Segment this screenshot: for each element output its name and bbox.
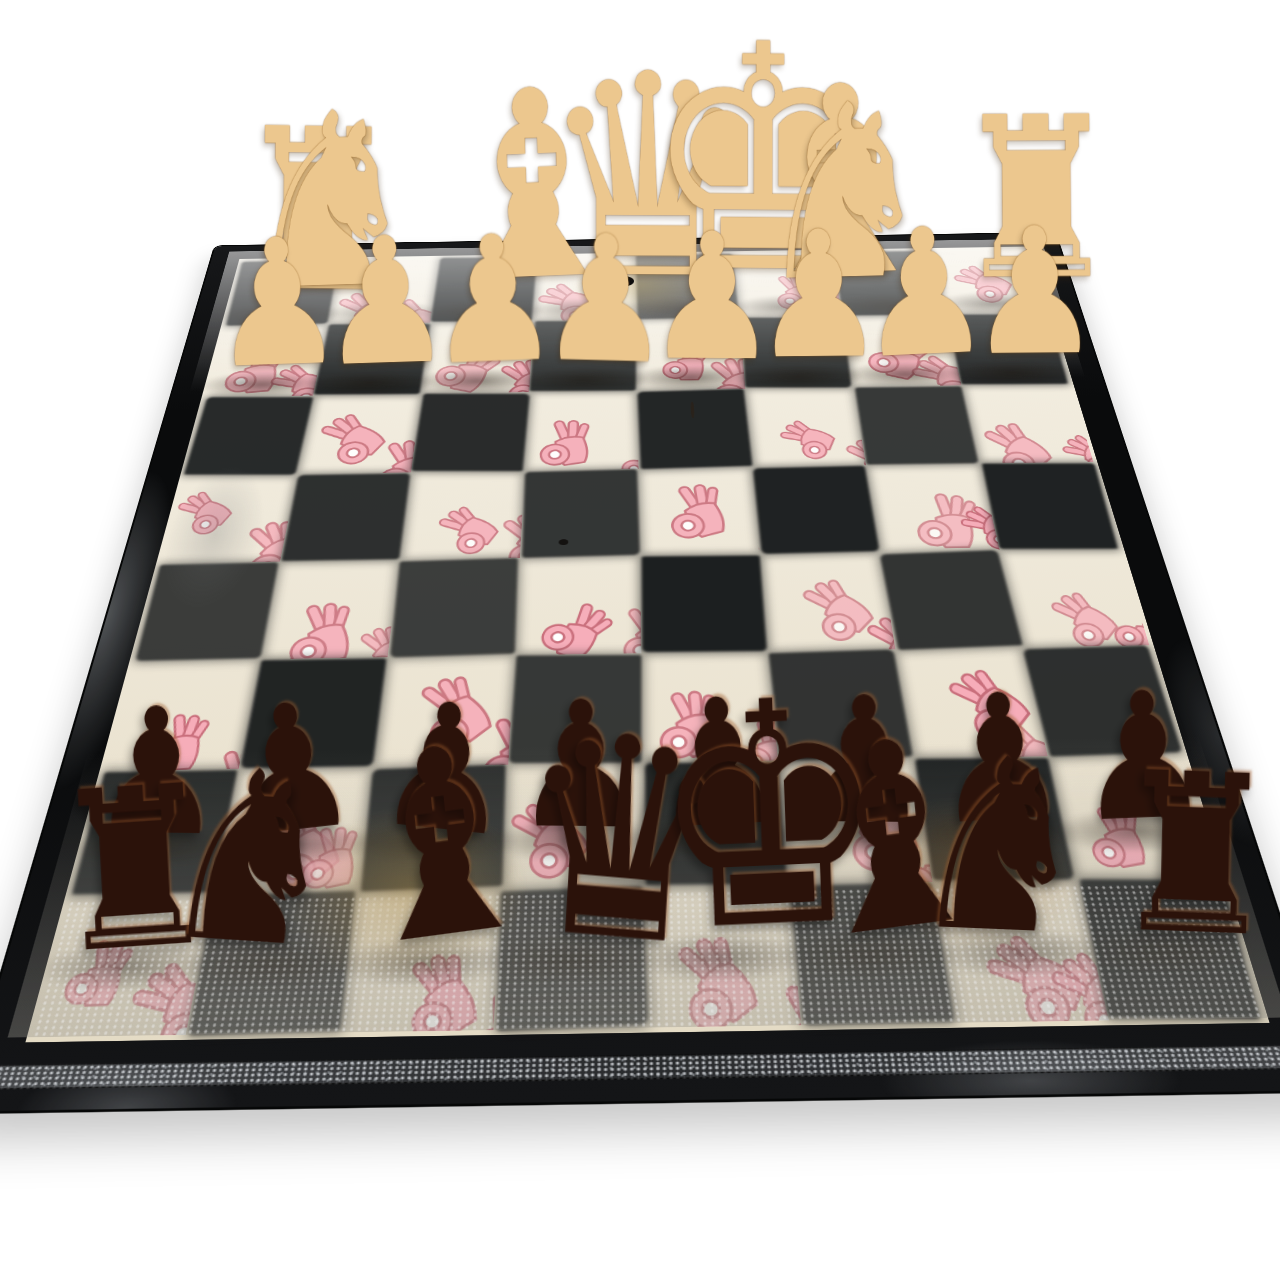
frame-speckled-bevel <box>0 1044 1280 1090</box>
ok-hand-icon <box>279 595 363 659</box>
piece-black-knight[interactable]: ♞ <box>207 738 345 984</box>
square-g4[interactable] <box>880 551 1023 650</box>
dark-square-paint <box>390 558 518 658</box>
light-square-decor <box>261 560 400 659</box>
ok-hand-icon <box>1037 585 1130 647</box>
photo-stage: ♜♞♝♛♚♝♞♜♟♟♟♟♟♟♟♟♟♟♟♟♟♟♟♟♜♞♝♛♚♝♞♜ <box>0 0 1280 1280</box>
chessboard-3d-scene: ♜♞♝♛♚♝♞♜♟♟♟♟♟♟♟♟♟♟♟♟♟♟♟♟♜♞♝♛♚♝♞♜ <box>32 249 1263 1038</box>
square-e1[interactable]: ♚ <box>645 884 801 1028</box>
dark-square-paint <box>880 550 1023 650</box>
square-h1[interactable]: ♜ <box>1077 877 1264 1020</box>
piece-black-queen[interactable]: ♛ <box>508 692 652 980</box>
piece-black-bishop[interactable]: ♝ <box>332 714 485 986</box>
square-b4[interactable] <box>261 560 400 659</box>
square-g1[interactable]: ♞ <box>933 880 1109 1023</box>
ok-hand-icon <box>604 598 641 656</box>
board-tilt-wrapper: ♜♞♝♛♚♝♞♜♟♟♟♟♟♟♟♟♟♟♟♟♟♟♟♟♜♞♝♛♚♝♞♜ <box>0 0 1280 1280</box>
square-d1[interactable]: ♛ <box>494 887 648 1031</box>
piece-black-knight[interactable]: ♞ <box>959 727 1093 970</box>
square-b1[interactable]: ♞ <box>186 891 358 1035</box>
ok-hand-icon <box>532 594 620 655</box>
square-c1[interactable]: ♝ <box>340 889 502 1033</box>
piece-black-king[interactable]: ♚ <box>647 662 786 976</box>
ok-hand-icon <box>736 542 760 556</box>
piece-black-rook[interactable]: ♜ <box>1109 743 1242 968</box>
ok-hand-icon <box>754 971 801 1028</box>
